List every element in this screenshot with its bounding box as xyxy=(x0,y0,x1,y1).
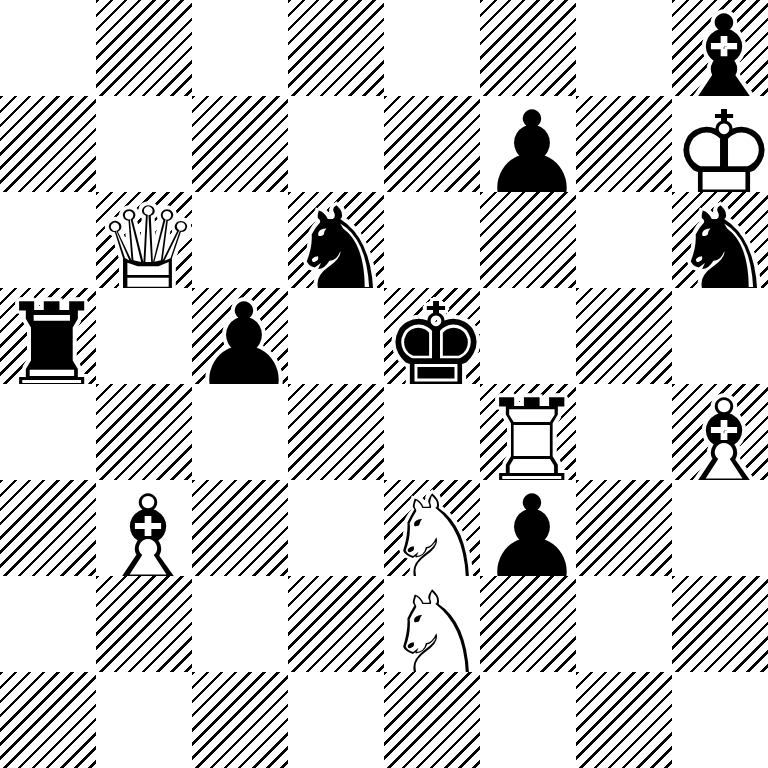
square-d8[interactable] xyxy=(288,0,384,96)
square-c3[interactable] xyxy=(192,480,288,576)
square-c4[interactable] xyxy=(192,384,288,480)
square-b7[interactable] xyxy=(96,96,192,192)
square-f3[interactable]: ♟♟ xyxy=(480,480,576,576)
piece-white-king[interactable]: ♚♔ xyxy=(672,96,768,192)
piece-black-knight[interactable]: ♞♞ xyxy=(288,192,384,288)
square-a7[interactable] xyxy=(0,96,96,192)
square-a6[interactable] xyxy=(0,192,96,288)
piece-white-bishop[interactable]: ♝♗ xyxy=(672,384,768,480)
square-d1[interactable] xyxy=(288,672,384,768)
square-h8[interactable]: ♝♝ xyxy=(672,0,768,96)
square-b8[interactable] xyxy=(96,0,192,96)
piece-black-bishop[interactable]: ♝♝ xyxy=(672,0,768,96)
piece-black-pawn[interactable]: ♟♟ xyxy=(480,96,576,192)
piece-black-pawn[interactable]: ♟♟ xyxy=(480,480,576,576)
square-c8[interactable] xyxy=(192,0,288,96)
square-b2[interactable] xyxy=(96,576,192,672)
square-a4[interactable] xyxy=(0,384,96,480)
square-e7[interactable] xyxy=(384,96,480,192)
square-a8[interactable] xyxy=(0,0,96,96)
square-g5[interactable] xyxy=(576,288,672,384)
square-f2[interactable] xyxy=(480,576,576,672)
piece-black-rook[interactable]: ♜♜ xyxy=(0,288,96,384)
square-b1[interactable] xyxy=(96,672,192,768)
square-d5[interactable] xyxy=(288,288,384,384)
square-d3[interactable] xyxy=(288,480,384,576)
square-b5[interactable] xyxy=(96,288,192,384)
square-g3[interactable] xyxy=(576,480,672,576)
square-h1[interactable] xyxy=(672,672,768,768)
square-c5[interactable]: ♟♟ xyxy=(192,288,288,384)
square-f7[interactable]: ♟♟ xyxy=(480,96,576,192)
square-a1[interactable] xyxy=(0,672,96,768)
chess-board: ♝♝♟♟♚♔♛♕♞♞♞♞♜♜♟♟♚♚♜♖♝♗♝♗♞♘♟♟♞♘ xyxy=(0,0,768,768)
piece-white-bishop[interactable]: ♝♗ xyxy=(96,480,192,576)
square-e4[interactable] xyxy=(384,384,480,480)
square-a3[interactable] xyxy=(0,480,96,576)
square-e8[interactable] xyxy=(384,0,480,96)
square-f6[interactable] xyxy=(480,192,576,288)
square-b6[interactable]: ♛♕ xyxy=(96,192,192,288)
square-h5[interactable] xyxy=(672,288,768,384)
square-h4[interactable]: ♝♗ xyxy=(672,384,768,480)
square-d2[interactable] xyxy=(288,576,384,672)
square-e2[interactable]: ♞♘ xyxy=(384,576,480,672)
piece-white-rook[interactable]: ♜♖ xyxy=(480,384,576,480)
piece-white-knight[interactable]: ♞♘ xyxy=(384,576,480,672)
square-g6[interactable] xyxy=(576,192,672,288)
square-a5[interactable]: ♜♜ xyxy=(0,288,96,384)
piece-white-queen[interactable]: ♛♕ xyxy=(96,192,192,288)
square-d6[interactable]: ♞♞ xyxy=(288,192,384,288)
square-c7[interactable] xyxy=(192,96,288,192)
square-e3[interactable]: ♞♘ xyxy=(384,480,480,576)
square-f1[interactable] xyxy=(480,672,576,768)
square-b3[interactable]: ♝♗ xyxy=(96,480,192,576)
square-f5[interactable] xyxy=(480,288,576,384)
square-e6[interactable] xyxy=(384,192,480,288)
square-c6[interactable] xyxy=(192,192,288,288)
square-c2[interactable] xyxy=(192,576,288,672)
square-c1[interactable] xyxy=(192,672,288,768)
piece-white-knight[interactable]: ♞♘ xyxy=(384,480,480,576)
piece-black-king[interactable]: ♚♚ xyxy=(384,288,480,384)
square-e1[interactable] xyxy=(384,672,480,768)
piece-black-knight[interactable]: ♞♞ xyxy=(672,192,768,288)
square-g8[interactable] xyxy=(576,0,672,96)
piece-black-pawn[interactable]: ♟♟ xyxy=(192,288,288,384)
square-g2[interactable] xyxy=(576,576,672,672)
square-h7[interactable]: ♚♔ xyxy=(672,96,768,192)
square-g1[interactable] xyxy=(576,672,672,768)
square-d4[interactable] xyxy=(288,384,384,480)
square-f8[interactable] xyxy=(480,0,576,96)
square-g7[interactable] xyxy=(576,96,672,192)
square-a2[interactable] xyxy=(0,576,96,672)
square-h3[interactable] xyxy=(672,480,768,576)
square-d7[interactable] xyxy=(288,96,384,192)
square-h6[interactable]: ♞♞ xyxy=(672,192,768,288)
square-f4[interactable]: ♜♖ xyxy=(480,384,576,480)
square-b4[interactable] xyxy=(96,384,192,480)
square-g4[interactable] xyxy=(576,384,672,480)
square-h2[interactable] xyxy=(672,576,768,672)
square-e5[interactable]: ♚♚ xyxy=(384,288,480,384)
